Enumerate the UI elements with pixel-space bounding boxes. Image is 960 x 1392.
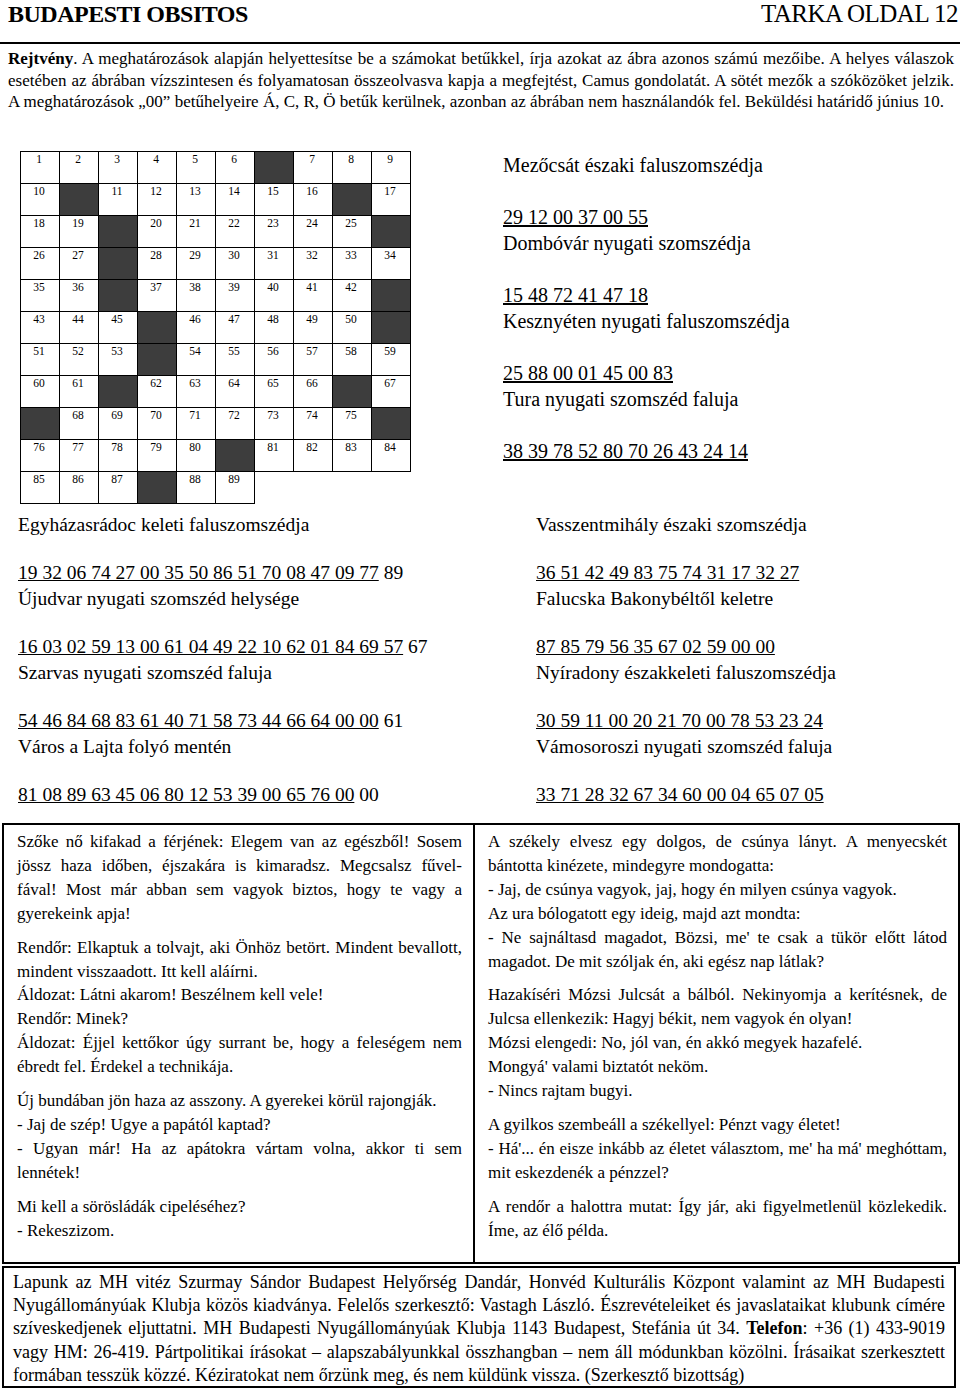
answer-numbers-underlined: 38 39 78 52 80 70 26 43 24 14 bbox=[503, 440, 748, 462]
joke-line: - Há'... én eisze inkább az életet válas… bbox=[488, 1137, 947, 1185]
grid-cell-42: 42 bbox=[333, 280, 372, 312]
clue-text: Tura nyugati szomszéd faluja bbox=[503, 386, 959, 412]
grid-cell-36: 36 bbox=[60, 280, 99, 312]
grid-cell-81: 81 bbox=[255, 440, 294, 472]
joke-line: Új bundában jön haza az asszony. A gyere… bbox=[17, 1089, 462, 1113]
grid-cell-53: 53 bbox=[99, 344, 138, 376]
grid-row-11: 8586878889 bbox=[21, 472, 411, 504]
no-cell bbox=[333, 472, 372, 504]
grid-cell-2: 2 bbox=[60, 152, 99, 184]
grid-cell-84: 84 bbox=[372, 440, 411, 472]
grid-cell-29: 29 bbox=[177, 248, 216, 280]
clue-text: Vasszentmihály északi szomszédja bbox=[536, 512, 960, 538]
header-rule bbox=[0, 42, 960, 44]
joke-line: Az ura bólogatott egy ideig, majd azt mo… bbox=[488, 902, 947, 926]
grid-cell-46: 46 bbox=[177, 312, 216, 344]
joke-line: - Rekeszizom. bbox=[17, 1219, 462, 1243]
grid-cell-87: 87 bbox=[99, 472, 138, 504]
grid-cell-76: 76 bbox=[21, 440, 60, 472]
grid-cell-24: 24 bbox=[294, 216, 333, 248]
grid-cell-17: 17 bbox=[372, 184, 411, 216]
grid-cell-71: 71 bbox=[177, 408, 216, 440]
grid-cell-83: 83 bbox=[333, 440, 372, 472]
answer-numbers-underlined: 29 12 00 37 00 55 bbox=[503, 206, 648, 228]
dark-space-cell bbox=[372, 280, 411, 312]
answer-numbers-plain: 61 bbox=[379, 710, 403, 731]
grid-cell-16: 16 bbox=[294, 184, 333, 216]
answer-numbers-underlined: 16 03 02 59 13 00 61 04 49 22 10 62 01 8… bbox=[18, 636, 403, 657]
grid-cell-23: 23 bbox=[255, 216, 294, 248]
grid-cell-65: 65 bbox=[255, 376, 294, 408]
grid-cell-55: 55 bbox=[216, 344, 255, 376]
grid-cell-67: 67 bbox=[372, 376, 411, 408]
grid-cell-22: 22 bbox=[216, 216, 255, 248]
grid-cell-11: 11 bbox=[99, 184, 138, 216]
answer-numbers: 30 59 11 00 20 21 70 00 78 53 23 24 bbox=[536, 708, 960, 734]
answer-numbers: 16 03 02 59 13 00 61 04 49 22 10 62 01 8… bbox=[18, 634, 490, 660]
joke-paragraph: Rendőr: Elkaptuk a tolvajt, aki Önhöz be… bbox=[17, 936, 462, 1079]
grid-cell-33: 33 bbox=[333, 248, 372, 280]
page-section-title: TARKA OLDAL 12 bbox=[761, 0, 958, 28]
answer-numbers-plain: 67 bbox=[403, 636, 427, 657]
joke-line: A székely elvesz egy dolgos, de csúnya l… bbox=[488, 830, 947, 878]
grid-cell-43: 43 bbox=[21, 312, 60, 344]
puzzle-instructions: Rejtvény. A meghatározások alapján helye… bbox=[8, 48, 954, 113]
dark-space-cell bbox=[99, 376, 138, 408]
joke-paragraph: Hazakíséri Mózsi Julcsát a bálból. Nekin… bbox=[488, 983, 947, 1103]
answer-numbers-underlined: 15 48 72 41 47 18 bbox=[503, 284, 648, 306]
puzzle-grid: 1234567891011121314151617181920212223242… bbox=[20, 151, 411, 504]
clue-text: Egyházasrádoc keleti faluszomszédja bbox=[18, 512, 490, 538]
dark-space-cell bbox=[138, 344, 177, 376]
clue-text: Vámosoroszi nyugati szomszéd faluja bbox=[536, 734, 960, 760]
jokes-right-column: A székely elvesz egy dolgos, de csúnya l… bbox=[475, 825, 958, 1262]
grid-cell-85: 85 bbox=[21, 472, 60, 504]
grid-cell-86: 86 bbox=[60, 472, 99, 504]
page-title: BUDAPESTI OBSITOS bbox=[8, 1, 248, 28]
answer-numbers-underlined: 54 46 84 68 83 61 40 71 58 73 44 66 64 0… bbox=[18, 710, 379, 731]
grid-row-2: 1011121314151617 bbox=[21, 184, 411, 216]
clue-text: Szarvas nyugati szomszéd faluja bbox=[18, 660, 490, 686]
answer-numbers-underlined: 87 85 79 56 35 67 02 59 00 00 bbox=[536, 636, 775, 657]
joke-line: Mongyá' valami biztatót neköm. bbox=[488, 1055, 947, 1079]
joke-line: A rendőr a halottra mutat: Így jár, aki … bbox=[488, 1195, 947, 1243]
grid-cell-63: 63 bbox=[177, 376, 216, 408]
grid-cell-35: 35 bbox=[21, 280, 60, 312]
grid-cell-82: 82 bbox=[294, 440, 333, 472]
intro-lead: Rejtvény bbox=[8, 49, 73, 68]
answer-numbers: 54 46 84 68 83 61 40 71 58 73 44 66 64 0… bbox=[18, 708, 490, 734]
grid-row-4: 262728293031323334 bbox=[21, 248, 411, 280]
grid-cell-34: 34 bbox=[372, 248, 411, 280]
joke-paragraph: A rendőr a halottra mutat: Így jár, aki … bbox=[488, 1195, 947, 1243]
grid-row-1: 123456789 bbox=[21, 152, 411, 184]
grid-cell-78: 78 bbox=[99, 440, 138, 472]
grid-row-10: 767778798081828384 bbox=[21, 440, 411, 472]
grid-cell-19: 19 bbox=[60, 216, 99, 248]
grid-cell-52: 52 bbox=[60, 344, 99, 376]
grid-cell-25: 25 bbox=[333, 216, 372, 248]
joke-paragraph: Szőke nő kifakad a férjének: Elegem van … bbox=[17, 830, 462, 926]
grid-cell-14: 14 bbox=[216, 184, 255, 216]
grid-cell-64: 64 bbox=[216, 376, 255, 408]
answer-numbers: 29 12 00 37 00 55 bbox=[503, 204, 959, 230]
clue-text: Dombóvár nyugati szomszédja bbox=[503, 230, 959, 256]
clue-text: Kesznyéten nyugati faluszomszédja bbox=[503, 308, 959, 334]
grid-cell-48: 48 bbox=[255, 312, 294, 344]
grid-row-3: 1819202122232425 bbox=[21, 216, 411, 248]
dark-space-cell bbox=[138, 312, 177, 344]
bottom-left-clues-list: Egyházasrádoc keleti faluszomszédja19 32… bbox=[18, 512, 490, 808]
grid-cell-61: 61 bbox=[60, 376, 99, 408]
answer-numbers-plain: 00 bbox=[354, 784, 378, 805]
joke-line: Szőke nő kifakad a férjének: Elegem van … bbox=[17, 830, 462, 926]
grid-cell-62: 62 bbox=[138, 376, 177, 408]
joke-line: Áldozat: Látni akarom! Beszélnem kell ve… bbox=[17, 983, 462, 1007]
grid-cell-40: 40 bbox=[255, 280, 294, 312]
grid-cell-3: 3 bbox=[99, 152, 138, 184]
side-clues-list: Mezőcsát északi faluszomszédja29 12 00 3… bbox=[503, 152, 959, 464]
grid-cell-39: 39 bbox=[216, 280, 255, 312]
answer-numbers-underlined: 33 71 28 32 67 34 60 00 04 65 07 05 bbox=[536, 784, 824, 805]
grid-cell-6: 6 bbox=[216, 152, 255, 184]
imprint-telefon-label: Telefon bbox=[746, 1318, 802, 1338]
joke-line: Rendőr: Elkaptuk a tolvajt, aki Önhöz be… bbox=[17, 936, 462, 984]
answer-numbers: 36 51 42 49 83 75 74 31 17 32 27 bbox=[536, 560, 960, 586]
dark-space-cell bbox=[255, 152, 294, 184]
dark-space-cell bbox=[99, 280, 138, 312]
bottom-right-clues-list: Vasszentmihály északi szomszédja36 51 42… bbox=[536, 512, 960, 808]
grid-row-6: 4344454647484950 bbox=[21, 312, 411, 344]
grid-cell-49: 49 bbox=[294, 312, 333, 344]
grid-cell-69: 69 bbox=[99, 408, 138, 440]
answer-numbers-underlined: 19 32 06 74 27 00 35 50 86 51 70 08 47 0… bbox=[18, 562, 379, 583]
grid-row-5: 3536373839404142 bbox=[21, 280, 411, 312]
grid-cell-54: 54 bbox=[177, 344, 216, 376]
joke-line: - Jaj de szép! Ugye a papától kaptad? bbox=[17, 1113, 462, 1137]
clue-text: Újudvar nyugati szomszéd helysége bbox=[18, 586, 490, 612]
grid-cell-45: 45 bbox=[99, 312, 138, 344]
grid-cell-9: 9 bbox=[372, 152, 411, 184]
dark-space-cell bbox=[60, 184, 99, 216]
grid-cell-57: 57 bbox=[294, 344, 333, 376]
grid-cell-74: 74 bbox=[294, 408, 333, 440]
joke-line: - Ne sajnáltasd magadot, Bözsi, me' te c… bbox=[488, 926, 947, 974]
answer-numbers-underlined: 36 51 42 49 83 75 74 31 17 32 27 bbox=[536, 562, 799, 583]
joke-line: - Nincs rajtam bugyi. bbox=[488, 1079, 947, 1103]
grid-cell-21: 21 bbox=[177, 216, 216, 248]
no-cell bbox=[372, 472, 411, 504]
joke-line: - Jaj, de csúnya vagyok, jaj, hogy én mi… bbox=[488, 878, 947, 902]
clue-text: Mezőcsát északi faluszomszédja bbox=[503, 152, 959, 178]
grid-cell-51: 51 bbox=[21, 344, 60, 376]
grid-cell-68: 68 bbox=[60, 408, 99, 440]
dark-space-cell bbox=[333, 184, 372, 216]
grid-cell-28: 28 bbox=[138, 248, 177, 280]
grid-cell-7: 7 bbox=[294, 152, 333, 184]
grid-cell-20: 20 bbox=[138, 216, 177, 248]
dark-space-cell bbox=[372, 216, 411, 248]
grid-row-9: 6869707172737475 bbox=[21, 408, 411, 440]
answer-numbers-underlined: 30 59 11 00 20 21 70 00 78 53 23 24 bbox=[536, 710, 823, 731]
grid-cell-37: 37 bbox=[138, 280, 177, 312]
no-cell bbox=[255, 472, 294, 504]
dark-space-cell bbox=[372, 408, 411, 440]
grid-cell-75: 75 bbox=[333, 408, 372, 440]
grid-cell-8: 8 bbox=[333, 152, 372, 184]
imprint-box: Lapunk az MH vitéz Szurmay Sándor Budape… bbox=[2, 1266, 956, 1388]
jokes-box: Szőke nő kifakad a férjének: Elegem van … bbox=[2, 823, 960, 1264]
grid-cell-70: 70 bbox=[138, 408, 177, 440]
dark-space-cell bbox=[333, 376, 372, 408]
dark-space-cell bbox=[372, 312, 411, 344]
grid-cell-5: 5 bbox=[177, 152, 216, 184]
grid-cell-73: 73 bbox=[255, 408, 294, 440]
grid-cell-88: 88 bbox=[177, 472, 216, 504]
grid-cell-41: 41 bbox=[294, 280, 333, 312]
grid-cell-10: 10 bbox=[21, 184, 60, 216]
grid-cell-89: 89 bbox=[216, 472, 255, 504]
joke-line: Mózsi elengedi: No, jól van, én akkó meg… bbox=[488, 1031, 947, 1055]
grid-cell-13: 13 bbox=[177, 184, 216, 216]
grid-cell-80: 80 bbox=[177, 440, 216, 472]
grid-cell-1: 1 bbox=[21, 152, 60, 184]
joke-line: Rendőr: Minek? bbox=[17, 1007, 462, 1031]
answer-numbers-underlined: 25 88 00 01 45 00 83 bbox=[503, 362, 673, 384]
joke-line: A gyilkos szembeáll a székellyel: Pénzt … bbox=[488, 1113, 947, 1137]
grid-cell-27: 27 bbox=[60, 248, 99, 280]
grid-cell-79: 79 bbox=[138, 440, 177, 472]
clue-text: Város a Lajta folyó mentén bbox=[18, 734, 490, 760]
grid-cell-60: 60 bbox=[21, 376, 60, 408]
answer-numbers: 38 39 78 52 80 70 26 43 24 14 bbox=[503, 438, 959, 464]
grid-cell-59: 59 bbox=[372, 344, 411, 376]
grid-cell-32: 32 bbox=[294, 248, 333, 280]
grid-cell-56: 56 bbox=[255, 344, 294, 376]
answer-numbers-plain: 89 bbox=[379, 562, 403, 583]
joke-line: Hazakíséri Mózsi Julcsát a bálból. Nekin… bbox=[488, 983, 947, 1031]
puzzle-grid-body: 1234567891011121314151617181920212223242… bbox=[21, 152, 411, 504]
joke-paragraph: Új bundában jön haza az asszony. A gyere… bbox=[17, 1089, 462, 1185]
grid-cell-31: 31 bbox=[255, 248, 294, 280]
grid-cell-26: 26 bbox=[21, 248, 60, 280]
grid-cell-72: 72 bbox=[216, 408, 255, 440]
grid-row-8: 6061626364656667 bbox=[21, 376, 411, 408]
dark-space-cell bbox=[138, 472, 177, 504]
answer-numbers: 15 48 72 41 47 18 bbox=[503, 282, 959, 308]
answer-numbers: 87 85 79 56 35 67 02 59 00 00 bbox=[536, 634, 960, 660]
grid-cell-30: 30 bbox=[216, 248, 255, 280]
answer-numbers: 33 71 28 32 67 34 60 00 04 65 07 05 bbox=[536, 782, 960, 808]
joke-line: - Ugyan már! Ha az apátokra vártam volna… bbox=[17, 1137, 462, 1185]
answer-numbers: 25 88 00 01 45 00 83 bbox=[503, 360, 959, 386]
dark-space-cell bbox=[21, 408, 60, 440]
joke-paragraph: A székely elvesz egy dolgos, de csúnya l… bbox=[488, 830, 947, 973]
grid-cell-18: 18 bbox=[21, 216, 60, 248]
answer-numbers: 81 08 89 63 45 06 80 12 53 39 00 65 76 0… bbox=[18, 782, 490, 808]
grid-cell-77: 77 bbox=[60, 440, 99, 472]
grid-cell-38: 38 bbox=[177, 280, 216, 312]
joke-paragraph: A gyilkos szembeáll a székellyel: Pénzt … bbox=[488, 1113, 947, 1185]
grid-cell-12: 12 bbox=[138, 184, 177, 216]
grid-cell-58: 58 bbox=[333, 344, 372, 376]
answer-numbers-underlined: 81 08 89 63 45 06 80 12 53 39 00 65 76 0… bbox=[18, 784, 354, 805]
grid-cell-15: 15 bbox=[255, 184, 294, 216]
page: BUDAPESTI OBSITOS TARKA OLDAL 12 Rejtvén… bbox=[0, 0, 960, 1392]
clue-text: Falucska Bakonybéltől keletre bbox=[536, 586, 960, 612]
no-cell bbox=[294, 472, 333, 504]
joke-paragraph: Mi kell a sörösládák cipeléséhez?- Rekes… bbox=[17, 1195, 462, 1243]
grid-cell-66: 66 bbox=[294, 376, 333, 408]
joke-line: Mi kell a sörösládák cipeléséhez? bbox=[17, 1195, 462, 1219]
intro-body: . A meghatározások alapján helyettesítse… bbox=[8, 49, 954, 111]
joke-line: Áldozat: Éjjel kettőkor úgy surrant be, … bbox=[17, 1031, 462, 1079]
grid-cell-4: 4 bbox=[138, 152, 177, 184]
dark-space-cell bbox=[216, 440, 255, 472]
jokes-left-column: Szőke nő kifakad a férjének: Elegem van … bbox=[4, 825, 475, 1262]
grid-cell-47: 47 bbox=[216, 312, 255, 344]
dark-space-cell bbox=[99, 216, 138, 248]
grid-cell-44: 44 bbox=[60, 312, 99, 344]
grid-cell-50: 50 bbox=[333, 312, 372, 344]
answer-numbers: 19 32 06 74 27 00 35 50 86 51 70 08 47 0… bbox=[18, 560, 490, 586]
dark-space-cell bbox=[99, 248, 138, 280]
grid-row-7: 515253545556575859 bbox=[21, 344, 411, 376]
clue-text: Nyíradony északkeleti faluszomszédja bbox=[536, 660, 960, 686]
